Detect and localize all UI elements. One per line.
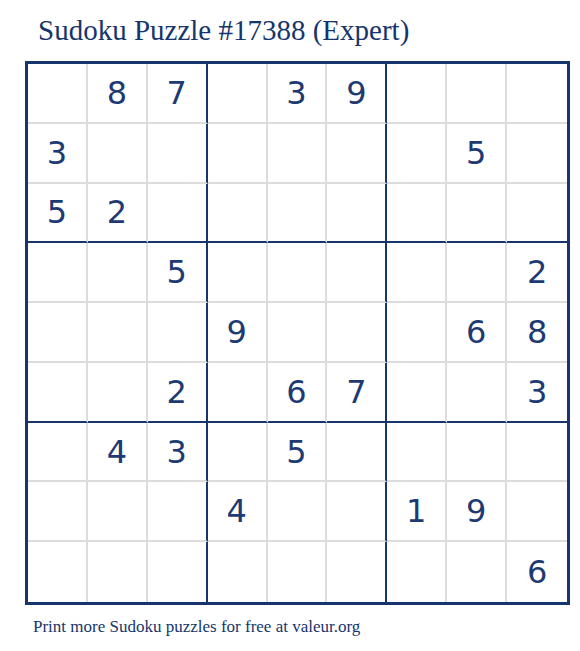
cell-r9c2 [88, 542, 148, 602]
cell-r3c4 [208, 184, 268, 244]
cell-r2c2 [88, 124, 148, 184]
cell-r1c2: 8 [88, 64, 148, 124]
cell-r9c9: 6 [507, 542, 567, 602]
cell-r8c9 [507, 482, 567, 542]
cell-r8c7: 1 [387, 482, 447, 542]
cell-r6c4 [208, 363, 268, 423]
cell-r7c6 [327, 423, 387, 483]
cell-r1c7 [387, 64, 447, 124]
cell-r5c6 [327, 303, 387, 363]
cell-r3c3 [148, 184, 208, 244]
cell-r9c1 [28, 542, 88, 602]
cell-r3c7 [387, 184, 447, 244]
cell-r5c1 [28, 303, 88, 363]
cell-r3c8 [447, 184, 507, 244]
cell-r4c7 [387, 243, 447, 303]
cell-r8c4: 4 [208, 482, 268, 542]
cell-r9c6 [327, 542, 387, 602]
cell-r4c6 [327, 243, 387, 303]
cell-r3c9 [507, 184, 567, 244]
cell-r2c7 [387, 124, 447, 184]
cell-r1c6: 9 [327, 64, 387, 124]
cell-r6c6: 7 [327, 363, 387, 423]
cell-r7c5: 5 [268, 423, 328, 483]
cell-r6c9: 3 [507, 363, 567, 423]
cell-r6c5: 6 [268, 363, 328, 423]
cell-r2c3 [148, 124, 208, 184]
cell-r2c5 [268, 124, 328, 184]
cell-r5c9: 8 [507, 303, 567, 363]
cell-r4c2 [88, 243, 148, 303]
cell-r9c7 [387, 542, 447, 602]
cell-r8c3 [148, 482, 208, 542]
cell-r5c3 [148, 303, 208, 363]
cell-r1c3: 7 [148, 64, 208, 124]
cell-r8c2 [88, 482, 148, 542]
cell-r5c7 [387, 303, 447, 363]
cell-r5c5 [268, 303, 328, 363]
cell-r8c8: 9 [447, 482, 507, 542]
cell-r7c1 [28, 423, 88, 483]
cell-r4c9: 2 [507, 243, 567, 303]
cell-r2c8: 5 [447, 124, 507, 184]
cell-r1c4 [208, 64, 268, 124]
cell-r4c8 [447, 243, 507, 303]
cell-r7c3: 3 [148, 423, 208, 483]
cell-r8c5 [268, 482, 328, 542]
cell-r8c1 [28, 482, 88, 542]
cell-r2c1: 3 [28, 124, 88, 184]
cell-r3c6 [327, 184, 387, 244]
cell-r3c1: 5 [28, 184, 88, 244]
cell-r4c3: 5 [148, 243, 208, 303]
cell-r2c4 [208, 124, 268, 184]
cell-r1c1 [28, 64, 88, 124]
cell-r2c6 [327, 124, 387, 184]
footer-note: Print more Sudoku puzzles for free at va… [33, 616, 360, 638]
cell-r7c4 [208, 423, 268, 483]
cell-r1c9 [507, 64, 567, 124]
cell-r9c3 [148, 542, 208, 602]
cell-r2c9 [507, 124, 567, 184]
cell-r3c5 [268, 184, 328, 244]
cell-r9c4 [208, 542, 268, 602]
cell-r1c8 [447, 64, 507, 124]
cell-r4c5 [268, 243, 328, 303]
cell-r6c3: 2 [148, 363, 208, 423]
cell-r9c5 [268, 542, 328, 602]
cell-r6c2 [88, 363, 148, 423]
cell-r9c8 [447, 542, 507, 602]
cell-r7c7 [387, 423, 447, 483]
cell-r4c4 [208, 243, 268, 303]
cell-r6c8 [447, 363, 507, 423]
cell-r7c2: 4 [88, 423, 148, 483]
cell-r5c8: 6 [447, 303, 507, 363]
cell-r5c4: 9 [208, 303, 268, 363]
cell-r1c5: 3 [268, 64, 328, 124]
cell-r7c8 [447, 423, 507, 483]
page: Sudoku Puzzle #17388 (Expert) 8739355252… [0, 0, 580, 651]
cell-r8c6 [327, 482, 387, 542]
sudoku-board: 873935525296826734354196 [25, 61, 570, 605]
cell-r4c1 [28, 243, 88, 303]
puzzle-title: Sudoku Puzzle #17388 (Expert) [38, 13, 409, 47]
cell-r6c1 [28, 363, 88, 423]
cell-r3c2: 2 [88, 184, 148, 244]
cell-r7c9 [507, 423, 567, 483]
cell-r5c2 [88, 303, 148, 363]
cell-r6c7 [387, 363, 447, 423]
